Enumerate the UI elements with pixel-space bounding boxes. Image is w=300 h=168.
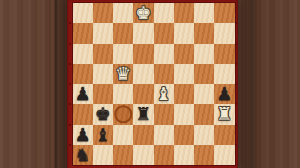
frame-stud [69,83,71,85]
square-h7[interactable] [214,23,234,43]
square-b7[interactable] [93,23,113,43]
square-d5[interactable] [133,64,153,84]
frame-stud [235,144,237,146]
square-a8[interactable] [73,3,93,23]
square-e3[interactable] [154,104,174,124]
square-g6[interactable] [194,44,214,64]
square-f4[interactable] [174,84,194,104]
square-g7[interactable] [194,23,214,43]
square-g2[interactable] [194,125,214,145]
frame-stud [69,43,71,45]
square-e2[interactable] [154,125,174,145]
square-g1[interactable] [194,145,214,165]
square-h6[interactable] [214,44,234,64]
square-d1[interactable] [133,145,153,165]
square-h8[interactable] [214,3,234,23]
frame-stud [69,144,71,146]
frame-stud [235,124,237,126]
frame-stud [235,43,237,45]
frame-stud [235,103,237,105]
square-e6[interactable] [154,44,174,64]
square-f5[interactable] [174,64,194,84]
frame-stud [69,63,71,65]
square-g8[interactable] [194,3,214,23]
white-queen-c5[interactable]: ♛ [115,65,131,83]
frame-stud [235,63,237,65]
square-a5[interactable] [73,64,93,84]
black-bishop-b2[interactable]: ♝ [95,126,111,144]
square-d3[interactable]: ♜ [133,104,153,124]
square-b6[interactable] [93,44,113,64]
square-d7[interactable] [133,23,153,43]
square-g3[interactable] [194,104,214,124]
square-f2[interactable] [174,125,194,145]
square-d8[interactable]: ♚ [133,3,153,23]
frame-stud [235,22,237,24]
square-c8[interactable] [113,3,133,23]
square-c3[interactable] [113,104,133,124]
square-d6[interactable] [133,44,153,64]
square-g4[interactable] [194,84,214,104]
white-bishop-e4[interactable]: ♝ [156,85,172,103]
frame-stud [69,124,71,126]
chess-board: ♚♛♟♝♟♚♜♜♟♝♞ [73,3,235,165]
square-b2[interactable]: ♝ [93,125,113,145]
black-pawn-a2[interactable]: ♟ [75,126,91,144]
frame-stud [69,22,71,24]
square-e4[interactable]: ♝ [154,84,174,104]
square-b5[interactable] [93,64,113,84]
square-a1[interactable]: ♞ [73,145,93,165]
white-king-d8[interactable]: ♚ [135,4,151,22]
square-e1[interactable] [154,145,174,165]
square-c2[interactable] [113,125,133,145]
square-g5[interactable] [194,64,214,84]
square-b1[interactable] [93,145,113,165]
square-h1[interactable] [214,145,234,165]
square-c7[interactable] [113,23,133,43]
black-pawn-h4[interactable]: ♟ [216,85,232,103]
black-pawn-a4[interactable]: ♟ [75,85,91,103]
square-c6[interactable] [113,44,133,64]
square-h3[interactable]: ♜ [214,104,234,124]
black-king-b3[interactable]: ♚ [95,105,111,123]
chess-board-frame: ♚♛♟♝♟♚♜♜♟♝♞ [67,0,238,168]
square-h5[interactable] [214,64,234,84]
square-a6[interactable] [73,44,93,64]
square-f7[interactable] [174,23,194,43]
square-f8[interactable] [174,3,194,23]
square-f1[interactable] [174,145,194,165]
square-c4[interactable] [113,84,133,104]
square-e8[interactable] [154,3,174,23]
square-d2[interactable] [133,125,153,145]
square-h4[interactable]: ♟ [214,84,234,104]
square-a4[interactable]: ♟ [73,84,93,104]
white-rook-h3[interactable]: ♜ [216,105,232,123]
square-a3[interactable] [73,104,93,124]
frame-stud [235,83,237,85]
move-annotation-circle-c3 [114,106,132,124]
square-c5[interactable]: ♛ [113,64,133,84]
black-knight-a1[interactable]: ♞ [75,146,91,164]
square-b3[interactable]: ♚ [93,104,113,124]
square-b8[interactable] [93,3,113,23]
square-h2[interactable] [214,125,234,145]
square-e5[interactable] [154,64,174,84]
square-b4[interactable] [93,84,113,104]
frame-stud [69,103,71,105]
square-a2[interactable]: ♟ [73,125,93,145]
square-d4[interactable] [133,84,153,104]
black-rook-d3[interactable]: ♜ [135,105,151,123]
square-c1[interactable] [113,145,133,165]
square-f3[interactable] [174,104,194,124]
chess-app-background: ♚♛♟♝♟♚♜♜♟♝♞ [0,0,300,168]
square-e7[interactable] [154,23,174,43]
square-f6[interactable] [174,44,194,64]
square-a7[interactable] [73,23,93,43]
